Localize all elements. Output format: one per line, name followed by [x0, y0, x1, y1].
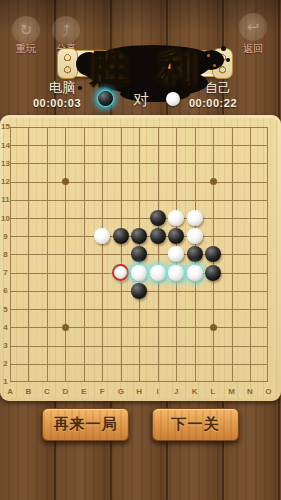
cell-A3[interactable]: [1, 336, 19, 354]
cell-E15[interactable]: [75, 118, 93, 136]
cell-I15[interactable]: [148, 118, 166, 136]
cell-B15[interactable]: [19, 118, 37, 136]
cell-H3[interactable]: [130, 336, 148, 354]
cell-J2[interactable]: [167, 355, 185, 373]
cell-G3[interactable]: [112, 336, 130, 354]
cell-J10[interactable]: [167, 209, 185, 227]
cell-L2[interactable]: [204, 355, 222, 373]
cell-H9[interactable]: [130, 227, 148, 245]
cell-N10[interactable]: [241, 209, 259, 227]
col-label-B: B: [19, 384, 37, 398]
cell-H13[interactable]: [130, 154, 148, 172]
cell-J14[interactable]: [167, 136, 185, 154]
cell-M8[interactable]: [222, 245, 240, 263]
white-stone-K10: [187, 210, 203, 226]
black-stone-L8: [205, 246, 221, 262]
cell-F3[interactable]: [93, 336, 111, 354]
cell-O3[interactable]: [259, 336, 277, 354]
cell-E6[interactable]: [75, 282, 93, 300]
cell-E13[interactable]: [75, 154, 93, 172]
cell-H7[interactable]: [130, 264, 148, 282]
cell-N13[interactable]: [241, 154, 259, 172]
cell-I5[interactable]: [148, 300, 166, 318]
cell-A10[interactable]: [1, 209, 19, 227]
black-stone-I9: [150, 228, 166, 244]
cell-C4[interactable]: [38, 318, 56, 336]
cell-G14[interactable]: [112, 136, 130, 154]
cell-F6[interactable]: [93, 282, 111, 300]
cell-E9[interactable]: [75, 227, 93, 245]
cell-J9[interactable]: [167, 227, 185, 245]
cell-H11[interactable]: [130, 191, 148, 209]
cell-M12[interactable]: [222, 173, 240, 191]
cell-B4[interactable]: [19, 318, 37, 336]
cell-D5[interactable]: [56, 300, 74, 318]
cell-B3[interactable]: [19, 336, 37, 354]
white-stone-K9: [187, 228, 203, 244]
cell-A14[interactable]: [1, 136, 19, 154]
cell-K10[interactable]: [185, 209, 203, 227]
cell-L5[interactable]: [204, 300, 222, 318]
col-label-H: H: [130, 384, 148, 398]
cell-B10[interactable]: [19, 209, 37, 227]
cell-A8[interactable]: [1, 245, 19, 263]
col-label-F: F: [93, 384, 111, 398]
cell-M13[interactable]: [222, 154, 240, 172]
cell-B8[interactable]: [19, 245, 37, 263]
cell-J15[interactable]: [167, 118, 185, 136]
cell-G5[interactable]: [112, 300, 130, 318]
cell-H12[interactable]: [130, 173, 148, 191]
cell-H2[interactable]: [130, 355, 148, 373]
cell-E7[interactable]: [75, 264, 93, 282]
cell-I14[interactable]: [148, 136, 166, 154]
cell-L6[interactable]: [204, 282, 222, 300]
cell-A9[interactable]: [1, 227, 19, 245]
cell-K13[interactable]: [185, 154, 203, 172]
cell-C15[interactable]: [38, 118, 56, 136]
cell-N9[interactable]: [241, 227, 259, 245]
cell-C13[interactable]: [38, 154, 56, 172]
cell-A13[interactable]: [1, 154, 19, 172]
cell-C8[interactable]: [38, 245, 56, 263]
cell-D4[interactable]: [56, 318, 74, 336]
cell-A15[interactable]: [1, 118, 19, 136]
cell-D9[interactable]: [56, 227, 74, 245]
back-icon: ↩: [247, 18, 260, 36]
cell-O9[interactable]: [259, 227, 277, 245]
white-stone-F9: [94, 228, 110, 244]
cell-G7[interactable]: [112, 264, 130, 282]
cell-J11[interactable]: [167, 191, 185, 209]
ink-splatter: [78, 86, 82, 90]
cell-D12[interactable]: [56, 173, 74, 191]
cell-F13[interactable]: [93, 154, 111, 172]
cell-K12[interactable]: [185, 173, 203, 191]
cell-C11[interactable]: [38, 191, 56, 209]
cell-O7[interactable]: [259, 264, 277, 282]
col-label-G: G: [112, 384, 130, 398]
cell-M11[interactable]: [222, 191, 240, 209]
cell-H14[interactable]: [130, 136, 148, 154]
cell-D13[interactable]: [56, 154, 74, 172]
cell-B13[interactable]: [19, 154, 37, 172]
player-right-timer: 00:00:22: [184, 97, 242, 109]
cell-F4[interactable]: [93, 318, 111, 336]
cell-D6[interactable]: [56, 282, 74, 300]
victory-title: 胜利: [91, 44, 227, 94]
cell-J8[interactable]: [167, 245, 185, 263]
vs-label: 对: [128, 90, 154, 111]
black-stone-I10: [150, 210, 166, 226]
cell-L10[interactable]: [204, 209, 222, 227]
scroll-cap-left: [57, 48, 78, 79]
cell-H10[interactable]: [130, 209, 148, 227]
cell-O11[interactable]: [259, 191, 277, 209]
cell-D3[interactable]: [56, 336, 74, 354]
cell-H8[interactable]: [130, 245, 148, 263]
cell-C5[interactable]: [38, 300, 56, 318]
cell-B5[interactable]: [19, 300, 37, 318]
cell-G9[interactable]: [112, 227, 130, 245]
black-stone-H6: [131, 283, 147, 299]
cell-G8[interactable]: [112, 245, 130, 263]
cell-N8[interactable]: [241, 245, 259, 263]
cell-L3[interactable]: [204, 336, 222, 354]
cell-I2[interactable]: [148, 355, 166, 373]
cell-C6[interactable]: [38, 282, 56, 300]
cell-K7[interactable]: [185, 264, 203, 282]
cell-K3[interactable]: [185, 336, 203, 354]
cell-G12[interactable]: [112, 173, 130, 191]
cell-M3[interactable]: [222, 336, 240, 354]
cell-D7[interactable]: [56, 264, 74, 282]
cell-J5[interactable]: [167, 300, 185, 318]
cell-G4[interactable]: [112, 318, 130, 336]
cell-M4[interactable]: [222, 318, 240, 336]
cell-J12[interactable]: [167, 173, 185, 191]
cell-H5[interactable]: [130, 300, 148, 318]
game-screen: ↻ 重玩 ⤴ 分享 ↩ 返回 胜利 电脑 自己 00:00:03 00:00:2…: [0, 0, 281, 500]
cell-I9[interactable]: [148, 227, 166, 245]
cell-N11[interactable]: [241, 191, 259, 209]
replay-label: 重玩: [4, 42, 48, 56]
cell-E8[interactable]: [75, 245, 93, 263]
cell-A2[interactable]: [1, 355, 19, 373]
cell-C14[interactable]: [38, 136, 56, 154]
cell-E3[interactable]: [75, 336, 93, 354]
cell-K5[interactable]: [185, 300, 203, 318]
cell-E4[interactable]: [75, 318, 93, 336]
cell-N2[interactable]: [241, 355, 259, 373]
cell-O5[interactable]: [259, 300, 277, 318]
cell-F11[interactable]: [93, 191, 111, 209]
cell-A12[interactable]: [1, 173, 19, 191]
cell-B12[interactable]: [19, 173, 37, 191]
col-label-D: D: [56, 384, 74, 398]
cell-F15[interactable]: [93, 118, 111, 136]
cell-L9[interactable]: [204, 227, 222, 245]
cell-F14[interactable]: [93, 136, 111, 154]
cell-I13[interactable]: [148, 154, 166, 172]
cell-C3[interactable]: [38, 336, 56, 354]
cell-L7[interactable]: [204, 264, 222, 282]
cell-O6[interactable]: [259, 282, 277, 300]
cell-D8[interactable]: [56, 245, 74, 263]
col-label-I: I: [148, 384, 166, 398]
cell-O14[interactable]: [259, 136, 277, 154]
black-stone-L7: [205, 265, 221, 281]
cell-K14[interactable]: [185, 136, 203, 154]
col-label-K: K: [185, 384, 203, 398]
col-label-C: C: [38, 384, 56, 398]
cell-C10[interactable]: [38, 209, 56, 227]
cell-I3[interactable]: [148, 336, 166, 354]
cell-I12[interactable]: [148, 173, 166, 191]
replay-button[interactable]: ↻: [12, 16, 40, 44]
col-label-N: N: [241, 384, 259, 398]
cell-L11[interactable]: [204, 191, 222, 209]
cell-O13[interactable]: [259, 154, 277, 172]
cell-N14[interactable]: [241, 136, 259, 154]
col-label-J: J: [167, 384, 185, 398]
cell-G6[interactable]: [112, 282, 130, 300]
white-stone-J10: [168, 210, 184, 226]
black-stone-H8: [131, 246, 147, 262]
cell-E14[interactable]: [75, 136, 93, 154]
cell-O12[interactable]: [259, 173, 277, 191]
star-point-L4: [210, 324, 217, 331]
cell-L13[interactable]: [204, 154, 222, 172]
cell-I8[interactable]: [148, 245, 166, 263]
col-label-A: A: [1, 384, 19, 398]
player-right-stone-icon: [166, 92, 180, 106]
black-stone-K8: [187, 246, 203, 262]
cell-M2[interactable]: [222, 355, 240, 373]
cell-J7[interactable]: [167, 264, 185, 282]
cell-A7[interactable]: [1, 264, 19, 282]
cell-K2[interactable]: [185, 355, 203, 373]
col-label-E: E: [75, 384, 93, 398]
cell-O2[interactable]: [259, 355, 277, 373]
cell-G10[interactable]: [112, 209, 130, 227]
play-again-button[interactable]: 再来一局: [42, 408, 129, 441]
cell-J13[interactable]: [167, 154, 185, 172]
back-label: 返回: [231, 42, 275, 56]
white-stone-J7: [168, 265, 184, 281]
col-label-L: L: [204, 384, 222, 398]
board-grid: [1, 118, 278, 391]
cell-M7[interactable]: [222, 264, 240, 282]
cell-M5[interactable]: [222, 300, 240, 318]
cell-N5[interactable]: [241, 300, 259, 318]
cell-J3[interactable]: [167, 336, 185, 354]
cell-B9[interactable]: [19, 227, 37, 245]
cell-A6[interactable]: [1, 282, 19, 300]
cell-K15[interactable]: [185, 118, 203, 136]
cell-E10[interactable]: [75, 209, 93, 227]
cell-G15[interactable]: [112, 118, 130, 136]
cell-F10[interactable]: [93, 209, 111, 227]
cell-M14[interactable]: [222, 136, 240, 154]
cell-H6[interactable]: [130, 282, 148, 300]
cell-I6[interactable]: [148, 282, 166, 300]
black-stone-H9: [131, 228, 147, 244]
star-point-D12: [62, 178, 69, 185]
cell-L14[interactable]: [204, 136, 222, 154]
cell-E5[interactable]: [75, 300, 93, 318]
cell-C7[interactable]: [38, 264, 56, 282]
cell-H15[interactable]: [130, 118, 148, 136]
cell-M15[interactable]: [222, 118, 240, 136]
cell-M9[interactable]: [222, 227, 240, 245]
player-left-stone-icon: [98, 91, 113, 106]
cell-F7[interactable]: [93, 264, 111, 282]
cell-B11[interactable]: [19, 191, 37, 209]
black-stone-J9: [168, 228, 184, 244]
column-labels: ABCDEFGHIJKLMNO: [1, 384, 278, 398]
cell-F9[interactable]: [93, 227, 111, 245]
back-button[interactable]: ↩: [239, 13, 267, 41]
cell-G11[interactable]: [112, 191, 130, 209]
cell-B7[interactable]: [19, 264, 37, 282]
cell-L4[interactable]: [204, 318, 222, 336]
cell-N12[interactable]: [241, 173, 259, 191]
star-point-L12: [210, 178, 217, 185]
cell-N6[interactable]: [241, 282, 259, 300]
cell-C12[interactable]: [38, 173, 56, 191]
col-label-O: O: [259, 384, 277, 398]
cell-L15[interactable]: [204, 118, 222, 136]
black-stone-G9: [113, 228, 129, 244]
cell-I7[interactable]: [148, 264, 166, 282]
cell-I10[interactable]: [148, 209, 166, 227]
white-stone-J8: [168, 246, 184, 262]
replay-icon: ↻: [20, 21, 33, 39]
cell-O8[interactable]: [259, 245, 277, 263]
cell-D15[interactable]: [56, 118, 74, 136]
cell-A4[interactable]: [1, 318, 19, 336]
white-stone-G7: [112, 264, 129, 281]
cell-E11[interactable]: [75, 191, 93, 209]
cell-G2[interactable]: [112, 355, 130, 373]
cell-D14[interactable]: [56, 136, 74, 154]
cell-I4[interactable]: [148, 318, 166, 336]
cell-N15[interactable]: [241, 118, 259, 136]
cell-K8[interactable]: [185, 245, 203, 263]
cell-L8[interactable]: [204, 245, 222, 263]
cell-N4[interactable]: [241, 318, 259, 336]
cell-J6[interactable]: [167, 282, 185, 300]
cell-G13[interactable]: [112, 154, 130, 172]
cell-O4[interactable]: [259, 318, 277, 336]
white-stone-I7: [150, 265, 166, 281]
cell-D11[interactable]: [56, 191, 74, 209]
cell-D2[interactable]: [56, 355, 74, 373]
cell-J4[interactable]: [167, 318, 185, 336]
next-level-button[interactable]: 下一关: [152, 408, 239, 441]
cell-K6[interactable]: [185, 282, 203, 300]
cell-M10[interactable]: [222, 209, 240, 227]
gomoku-board: 151413121110987654321 ABCDEFGHIJKLMNO: [0, 115, 281, 401]
cell-F5[interactable]: [93, 300, 111, 318]
cell-H4[interactable]: [130, 318, 148, 336]
cell-F2[interactable]: [93, 355, 111, 373]
cell-L12[interactable]: [204, 173, 222, 191]
col-label-M: M: [222, 384, 240, 398]
cell-C9[interactable]: [38, 227, 56, 245]
cell-B2[interactable]: [19, 355, 37, 373]
cell-A11[interactable]: [1, 191, 19, 209]
cell-K11[interactable]: [185, 191, 203, 209]
player-left-timer: 00:00:03: [28, 97, 86, 109]
cell-O10[interactable]: [259, 209, 277, 227]
cell-E12[interactable]: [75, 173, 93, 191]
cell-K9[interactable]: [185, 227, 203, 245]
cell-O15[interactable]: [259, 118, 277, 136]
cell-K4[interactable]: [185, 318, 203, 336]
white-stone-K7: [187, 265, 203, 281]
white-stone-H7: [131, 265, 147, 281]
cell-I11[interactable]: [148, 191, 166, 209]
cell-B6[interactable]: [19, 282, 37, 300]
share-icon: ⤴: [62, 22, 70, 39]
cell-E2[interactable]: [75, 355, 93, 373]
cell-N3[interactable]: [241, 336, 259, 354]
cell-C2[interactable]: [38, 355, 56, 373]
star-point-D4: [62, 324, 69, 331]
share-button[interactable]: ⤴: [52, 16, 80, 44]
cell-F8[interactable]: [93, 245, 111, 263]
cell-D10[interactable]: [56, 209, 74, 227]
cell-F12[interactable]: [93, 173, 111, 191]
cell-B14[interactable]: [19, 136, 37, 154]
cell-A5[interactable]: [1, 300, 19, 318]
cell-M6[interactable]: [222, 282, 240, 300]
cell-N7[interactable]: [241, 264, 259, 282]
